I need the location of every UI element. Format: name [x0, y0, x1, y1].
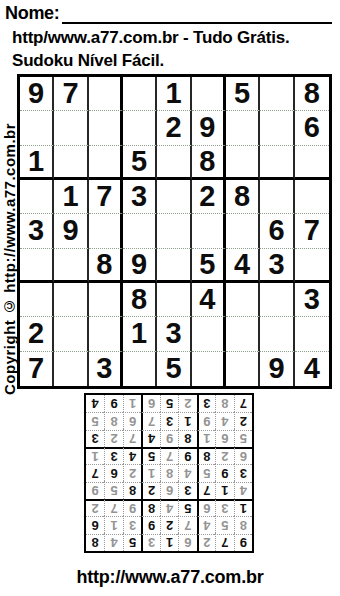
cell-r5c3[interactable] [89, 214, 123, 248]
solution-cell-r8c5: 3 [160, 412, 178, 429]
solution-cell-r8c3: 9 [197, 412, 215, 429]
cell-r9c9: 4 [295, 352, 329, 386]
solution-cell-r3c2: 3 [215, 499, 233, 516]
cell-r4c4: 3 [123, 180, 157, 214]
cell-r8c1: 2 [20, 317, 54, 351]
solution-cell-r7c3: 1 [197, 430, 215, 447]
solution-cell-r5c3: 5 [197, 464, 215, 481]
solution-cell-r6c3: 8 [197, 447, 215, 464]
solution-cell-r4c7: 8 [123, 482, 141, 499]
cell-r1c5: 1 [157, 77, 191, 111]
cell-r7c5[interactable] [157, 283, 191, 317]
cell-r8c6[interactable] [192, 317, 226, 351]
cell-r6c7: 4 [226, 249, 260, 283]
name-label: Nome: [5, 3, 60, 24]
solution-cell-r4c2: 1 [215, 482, 233, 499]
solution-cell-r2c3: 4 [197, 516, 215, 533]
solution-cell-r4c9: 9 [86, 482, 104, 499]
solution-cell-r8c2: 4 [215, 412, 233, 429]
solution-cell-r2c5: 2 [160, 516, 178, 533]
solution-cell-r2c8: 1 [104, 516, 122, 533]
cell-r9c5: 5 [157, 352, 191, 386]
solution-cell-r7c4: 8 [178, 430, 196, 447]
solution-cell-r3c1: 1 [234, 499, 252, 516]
cell-r1c7: 5 [226, 77, 260, 111]
solution-cell-r5c9: 7 [86, 464, 104, 481]
solution-cell-r8c7: 6 [123, 412, 141, 429]
difficulty-title: Sudoku Nível Fácil. [12, 51, 340, 71]
cell-r8c2[interactable] [54, 317, 88, 351]
cell-r2c1[interactable] [20, 111, 54, 145]
cell-r5c4[interactable] [123, 214, 157, 248]
cell-r4c3: 7 [89, 180, 123, 214]
cell-r1c6[interactable] [192, 77, 226, 111]
solution-cell-r8c4: 1 [178, 412, 196, 429]
solution-cell-r9c9: 4 [86, 395, 104, 412]
name-blank-line[interactable] [62, 5, 332, 24]
cell-r6c3: 8 [89, 249, 123, 283]
cell-r5c6[interactable] [192, 214, 226, 248]
cell-r2c4[interactable] [123, 111, 157, 145]
cell-r9c6[interactable] [192, 352, 226, 386]
solution-cell-r3c3: 6 [197, 499, 215, 516]
cell-r6c6: 5 [192, 249, 226, 283]
cell-r8c4: 1 [123, 317, 157, 351]
solution-cell-r9c3: 3 [197, 395, 215, 412]
solution-cell-r8c9: 5 [86, 412, 104, 429]
solution-cell-r1c6: 3 [141, 534, 159, 551]
solution-cell-r1c2: 7 [215, 534, 233, 551]
solution-cell-r5c6: 1 [141, 464, 159, 481]
solution-cell-r4c6: 2 [141, 482, 159, 499]
solution-cell-r2c1: 8 [234, 516, 252, 533]
sudoku-grid: 971582961581732839678954384321373594 [17, 74, 332, 389]
solution-cell-r1c8: 4 [104, 534, 122, 551]
solution-cell-r6c5: 7 [160, 447, 178, 464]
solution-cell-r4c5: 6 [160, 482, 178, 499]
cell-r1c8[interactable] [260, 77, 294, 111]
cell-r3c5[interactable] [157, 146, 191, 180]
page: { "game": "sudoku", "header": { "nome_la… [0, 0, 340, 596]
cell-r9c2[interactable] [54, 352, 88, 386]
copyright-vertical-text: Copyright © http://www.a77.com.br [1, 86, 20, 432]
solution-cell-r3c5: 4 [160, 499, 178, 516]
cell-r2c5: 2 [157, 111, 191, 145]
cell-r8c8[interactable] [260, 317, 294, 351]
solution-cell-r6c8: 3 [104, 447, 122, 464]
solution-cell-r7c8: 2 [104, 430, 122, 447]
solution-cell-r9c7: 1 [123, 395, 141, 412]
cell-r2c3[interactable] [89, 111, 123, 145]
solution-cell-r7c7: 7 [123, 430, 141, 447]
solution-cell-r7c1: 5 [234, 430, 252, 447]
solution-cell-r5c2: 9 [215, 464, 233, 481]
solution-cell-r9c2: 8 [215, 395, 233, 412]
solution-cell-r5c8: 6 [104, 464, 122, 481]
solution-cell-r1c7: 5 [123, 534, 141, 551]
solution-cell-r2c7: 3 [123, 516, 141, 533]
cell-r7c7[interactable] [226, 283, 260, 317]
cell-r3c3[interactable] [89, 146, 123, 180]
cell-r3c8[interactable] [260, 146, 294, 180]
cell-r4c2: 1 [54, 180, 88, 214]
cell-r9c3: 3 [89, 352, 123, 386]
cell-r1c9: 8 [295, 77, 329, 111]
cell-r9c1: 7 [20, 352, 54, 386]
solution-cell-r6c7: 4 [123, 447, 141, 464]
solution-cell-r4c1: 4 [234, 482, 252, 499]
cell-r5c9: 7 [295, 214, 329, 248]
cell-r8c3[interactable] [89, 317, 123, 351]
solution-cell-r2c9: 6 [86, 516, 104, 533]
solution-cell-r2c6: 9 [141, 516, 159, 533]
cell-r1c1: 9 [20, 77, 54, 111]
cell-r3c1: 1 [20, 146, 54, 180]
cell-r7c6: 4 [192, 283, 226, 317]
cell-r3c4: 5 [123, 146, 157, 180]
cell-r4c5[interactable] [157, 180, 191, 214]
solution-cell-r7c9: 3 [86, 430, 104, 447]
cell-r3c9[interactable] [295, 146, 329, 180]
solution-cell-r6c2: 2 [215, 447, 233, 464]
cell-r5c2: 9 [54, 214, 88, 248]
cell-r7c9: 3 [295, 283, 329, 317]
cell-r1c2: 7 [54, 77, 88, 111]
name-row: Nome: [0, 0, 340, 24]
cell-r6c1[interactable] [20, 249, 54, 283]
cell-r4c9[interactable] [295, 180, 329, 214]
footer-url: http://www.a77.com.br [0, 567, 340, 588]
solution-cell-r5c5: 8 [160, 464, 178, 481]
solution-cell-r1c9: 8 [86, 534, 104, 551]
cell-r5c7[interactable] [226, 214, 260, 248]
cell-r4c6: 2 [192, 180, 226, 214]
cell-r2c6: 9 [192, 111, 226, 145]
cell-r5c8: 6 [260, 214, 294, 248]
solution-cell-r8c6: 7 [141, 412, 159, 429]
cell-r8c9[interactable] [295, 317, 329, 351]
solution-cell-r2c4: 7 [178, 516, 196, 533]
solution-cell-r1c4: 6 [178, 534, 196, 551]
cell-r9c7[interactable] [226, 352, 260, 386]
cell-r7c3[interactable] [89, 283, 123, 317]
cell-r6c4: 9 [123, 249, 157, 283]
solution-cell-r5c4: 4 [178, 464, 196, 481]
cell-r1c4[interactable] [123, 77, 157, 111]
cell-r4c1[interactable] [20, 180, 54, 214]
solution-cell-r4c4: 3 [178, 482, 196, 499]
cell-r2c9: 6 [295, 111, 329, 145]
cell-r5c1: 3 [20, 214, 54, 248]
solution-cell-r8c1: 2 [234, 412, 252, 429]
solution-cell-r6c1: 6 [234, 447, 252, 464]
solution-cell-r1c3: 2 [197, 534, 215, 551]
solution-cell-r6c9: 1 [86, 447, 104, 464]
cell-r1c3[interactable] [89, 77, 123, 111]
cell-r9c8: 9 [260, 352, 294, 386]
cell-r7c1[interactable] [20, 283, 54, 317]
cell-r3c6: 8 [192, 146, 226, 180]
cell-r2c8[interactable] [260, 111, 294, 145]
solution-cell-r3c9: 2 [86, 499, 104, 516]
cell-r5c5[interactable] [157, 214, 191, 248]
solution-cell-r4c8: 5 [104, 482, 122, 499]
solution-cell-r9c4: 2 [178, 395, 196, 412]
solution-cell-r5c1: 3 [234, 464, 252, 481]
cell-r4c8[interactable] [260, 180, 294, 214]
solution-cell-r9c1: 7 [234, 395, 252, 412]
cell-r9c4[interactable] [123, 352, 157, 386]
cell-r7c2[interactable] [54, 283, 88, 317]
cell-r3c2[interactable] [54, 146, 88, 180]
solution-cell-r8c8: 8 [104, 412, 122, 429]
site-title: http/www.a77.com.br - Tudo Grátis. [12, 28, 340, 48]
solution-cell-r9c6: 6 [141, 395, 159, 412]
cell-r6c5[interactable] [157, 249, 191, 283]
solution-cell-r2c2: 5 [215, 516, 233, 533]
solution-cell-r1c5: 1 [160, 534, 178, 551]
solution-cell-r6c6: 5 [141, 447, 159, 464]
solution-cell-r6c4: 9 [178, 447, 196, 464]
solution-cell-r7c2: 6 [215, 430, 233, 447]
cell-r2c2[interactable] [54, 111, 88, 145]
cell-r4c7: 8 [226, 180, 260, 214]
solution-cell-r7c6: 4 [141, 430, 159, 447]
solution-cell-r9c8: 9 [104, 395, 122, 412]
cell-r7c4: 8 [123, 283, 157, 317]
cell-r8c7[interactable] [226, 317, 260, 351]
solution-cell-r9c5: 5 [160, 395, 178, 412]
solution-cell-r1c1: 9 [234, 534, 252, 551]
cell-r6c9[interactable] [295, 249, 329, 283]
cell-r8c5: 3 [157, 317, 191, 351]
cell-r7c8[interactable] [260, 283, 294, 317]
cell-r6c2[interactable] [54, 249, 88, 283]
solution-cell-r3c8: 7 [104, 499, 122, 516]
solution-cell-r4c3: 7 [197, 482, 215, 499]
solution-cell-r7c5: 9 [160, 430, 178, 447]
cell-r3c7[interactable] [226, 146, 260, 180]
solution-cell-r3c7: 9 [123, 499, 141, 516]
solution-cell-r3c4: 5 [178, 499, 196, 516]
solution-grid: 9726135488547293161365489724173628593954… [84, 393, 254, 553]
cell-r2c7[interactable] [226, 111, 260, 145]
solution-cell-r5c7: 2 [123, 464, 141, 481]
solution-cell-r3c6: 8 [141, 499, 159, 516]
cell-r6c8: 3 [260, 249, 294, 283]
